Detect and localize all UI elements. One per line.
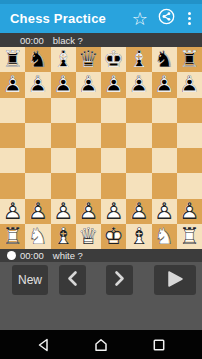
square-h3[interactable] — [177, 173, 202, 198]
white-rook[interactable]: ♜♖ — [0, 224, 25, 249]
white-pawn[interactable]: ♟♙ — [101, 199, 126, 224]
square-d4[interactable] — [76, 148, 101, 173]
square-f7[interactable]: ♟♙ — [126, 72, 151, 97]
piece-glyph-outline: ♙ — [76, 199, 101, 224]
square-g7[interactable]: ♟♙ — [152, 72, 177, 97]
piece-glyph-outline: ♗ — [126, 224, 151, 249]
square-f6[interactable] — [126, 98, 151, 123]
white-pawn[interactable]: ♟♙ — [51, 199, 76, 224]
square-g4[interactable] — [152, 148, 177, 173]
black-pawn[interactable]: ♟♙ — [126, 72, 151, 97]
square-f4[interactable] — [126, 148, 151, 173]
square-b2[interactable]: ♟♙ — [25, 199, 50, 224]
square-d1[interactable]: ♛♕ — [76, 224, 101, 249]
square-e6[interactable] — [101, 98, 126, 123]
favorite-star-icon[interactable]: ☆ — [132, 10, 148, 28]
piece-glyph-outline: ♙ — [0, 72, 25, 97]
piece-glyph-outline: ♙ — [101, 72, 126, 97]
square-h2[interactable]: ♟♙ — [177, 199, 202, 224]
square-e7[interactable]: ♟♙ — [101, 72, 126, 97]
piece-glyph-outline: ♖ — [0, 224, 25, 249]
play-icon — [166, 270, 184, 291]
square-a4[interactable] — [0, 148, 25, 173]
share-icon[interactable] — [158, 8, 175, 29]
square-b3[interactable] — [25, 173, 50, 198]
piece-glyph-outline: ♘ — [25, 47, 50, 72]
square-b7[interactable]: ♟♙ — [25, 72, 50, 97]
piece-glyph-outline: ♔ — [101, 224, 126, 249]
square-c5[interactable] — [51, 123, 76, 148]
black-queen[interactable]: ♛♕ — [76, 47, 101, 72]
piece-glyph-outline: ♙ — [0, 199, 25, 224]
square-g6[interactable] — [152, 98, 177, 123]
square-g2[interactable]: ♟♙ — [152, 199, 177, 224]
square-c6[interactable] — [51, 98, 76, 123]
black-pawn[interactable]: ♟♙ — [152, 72, 177, 97]
square-c3[interactable] — [51, 173, 76, 198]
black-knight[interactable]: ♞♘ — [25, 47, 50, 72]
chess-board[interactable]: ♜♖♞♘♝♗♛♕♚♔♝♗♞♘♜♖♟♙♟♙♟♙♟♙♟♙♟♙♟♙♟♙♟♙♟♙♟♙♟♙… — [0, 47, 202, 249]
nav-back-icon[interactable] — [36, 337, 50, 353]
square-f5[interactable] — [126, 123, 151, 148]
app-bar: Chess Practice ☆ — [0, 4, 202, 33]
square-d3[interactable] — [76, 173, 101, 198]
piece-glyph-outline: ♗ — [51, 224, 76, 249]
white-knight[interactable]: ♞♘ — [152, 224, 177, 249]
piece-glyph-outline: ♙ — [126, 199, 151, 224]
white-queen[interactable]: ♛♕ — [76, 224, 101, 249]
white-pawn[interactable]: ♟♙ — [25, 199, 50, 224]
square-h4[interactable] — [177, 148, 202, 173]
nav-recents-icon[interactable] — [152, 338, 166, 352]
piece-glyph-outline: ♙ — [177, 72, 202, 97]
app-bar-actions: ☆ — [132, 8, 194, 29]
square-a1[interactable]: ♜♖ — [0, 224, 25, 249]
white-king[interactable]: ♚♔ — [101, 224, 126, 249]
square-f3[interactable] — [126, 173, 151, 198]
white-clock: 00:00 — [20, 250, 44, 261]
piece-glyph-outline: ♖ — [177, 224, 202, 249]
square-h6[interactable] — [177, 98, 202, 123]
piece-glyph-outline: ♙ — [101, 199, 126, 224]
piece-glyph-outline: ♙ — [76, 72, 101, 97]
piece-glyph-outline: ♘ — [25, 224, 50, 249]
control-panel: New — [0, 262, 202, 330]
square-h5[interactable] — [177, 123, 202, 148]
black-rook[interactable]: ♜♖ — [177, 47, 202, 72]
square-b8[interactable]: ♞♘ — [25, 47, 50, 72]
square-d8[interactable]: ♛♕ — [76, 47, 101, 72]
square-f2[interactable]: ♟♙ — [126, 199, 151, 224]
square-c4[interactable] — [51, 148, 76, 173]
chevron-left-icon — [66, 270, 79, 290]
overflow-menu-icon[interactable] — [185, 12, 194, 25]
white-player-bar: 00:00 white ? — [0, 249, 202, 262]
black-pawn[interactable]: ♟♙ — [76, 72, 101, 97]
black-pawn[interactable]: ♟♙ — [51, 72, 76, 97]
square-c8[interactable]: ♝♗ — [51, 47, 76, 72]
black-pawn[interactable]: ♟♙ — [0, 72, 25, 97]
square-d2[interactable]: ♟♙ — [76, 199, 101, 224]
white-bishop[interactable]: ♝♗ — [51, 224, 76, 249]
piece-glyph-outline: ♖ — [177, 47, 202, 72]
nav-home-icon[interactable] — [93, 337, 109, 352]
square-g3[interactable] — [152, 173, 177, 198]
square-d7[interactable]: ♟♙ — [76, 72, 101, 97]
white-pawn[interactable]: ♟♙ — [0, 199, 25, 224]
square-g5[interactable] — [152, 123, 177, 148]
new-game-button[interactable]: New — [12, 265, 48, 295]
piece-glyph-outline: ♙ — [152, 199, 177, 224]
piece-glyph-outline: ♗ — [126, 47, 151, 72]
white-pawn[interactable]: ♟♙ — [76, 199, 101, 224]
step-forward-button[interactable] — [106, 265, 133, 295]
square-e5[interactable] — [101, 123, 126, 148]
black-knight[interactable]: ♞♘ — [152, 47, 177, 72]
piece-glyph-outline: ♖ — [0, 47, 25, 72]
black-turn-indicator — [7, 36, 16, 45]
square-g8[interactable]: ♞♘ — [152, 47, 177, 72]
step-back-button[interactable] — [59, 265, 86, 295]
square-d5[interactable] — [76, 123, 101, 148]
square-b5[interactable] — [25, 123, 50, 148]
square-d6[interactable] — [76, 98, 101, 123]
square-a8[interactable]: ♜♖ — [0, 47, 25, 72]
square-a2[interactable]: ♟♙ — [0, 199, 25, 224]
piece-glyph-outline: ♙ — [25, 72, 50, 97]
piece-glyph-outline: ♙ — [51, 72, 76, 97]
white-turn-indicator — [7, 251, 16, 260]
white-knight[interactable]: ♞♘ — [25, 224, 50, 249]
play-button[interactable] — [154, 265, 196, 295]
black-player-bar: 00:00 black ? — [0, 33, 202, 47]
square-a3[interactable] — [0, 173, 25, 198]
square-b6[interactable] — [25, 98, 50, 123]
square-f1[interactable]: ♝♗ — [126, 224, 151, 249]
white-bishop[interactable]: ♝♗ — [126, 224, 151, 249]
piece-glyph-outline: ♘ — [152, 224, 177, 249]
piece-glyph-outline: ♙ — [51, 199, 76, 224]
white-pawn[interactable]: ♟♙ — [126, 199, 151, 224]
android-nav-bar — [0, 330, 202, 359]
black-pawn[interactable]: ♟♙ — [101, 72, 126, 97]
square-c7[interactable]: ♟♙ — [51, 72, 76, 97]
square-h8[interactable]: ♜♖ — [177, 47, 202, 72]
square-e8[interactable]: ♚♔ — [101, 47, 126, 72]
black-player-label: black ? — [53, 35, 83, 46]
piece-glyph-outline: ♕ — [76, 47, 101, 72]
piece-glyph-outline: ♔ — [101, 47, 126, 72]
black-king[interactable]: ♚♔ — [101, 47, 126, 72]
black-bishop[interactable]: ♝♗ — [51, 47, 76, 72]
piece-glyph-outline: ♙ — [25, 199, 50, 224]
square-a5[interactable] — [0, 123, 25, 148]
square-b1[interactable]: ♞♘ — [25, 224, 50, 249]
square-c2[interactable]: ♟♙ — [51, 199, 76, 224]
square-a7[interactable]: ♟♙ — [0, 72, 25, 97]
black-bishop[interactable]: ♝♗ — [126, 47, 151, 72]
black-pawn[interactable]: ♟♙ — [177, 72, 202, 97]
piece-glyph-outline: ♙ — [126, 72, 151, 97]
black-clock: 00:00 — [20, 35, 44, 46]
square-f8[interactable]: ♝♗ — [126, 47, 151, 72]
black-rook[interactable]: ♜♖ — [0, 47, 25, 72]
app-title: Chess Practice — [10, 11, 132, 26]
square-e3[interactable] — [101, 173, 126, 198]
white-player-label: white ? — [53, 250, 83, 261]
square-h1[interactable]: ♜♖ — [177, 224, 202, 249]
square-c1[interactable]: ♝♗ — [51, 224, 76, 249]
white-pawn[interactable]: ♟♙ — [177, 199, 202, 224]
square-e4[interactable] — [101, 148, 126, 173]
app-screen: Chess Practice ☆ 00:00 black ? ♜♖♞♘♝♗♛♕♚… — [0, 0, 202, 359]
piece-glyph-outline: ♙ — [152, 72, 177, 97]
piece-glyph-outline: ♘ — [152, 47, 177, 72]
square-g1[interactable]: ♞♘ — [152, 224, 177, 249]
square-b4[interactable] — [25, 148, 50, 173]
chevron-right-icon — [113, 270, 126, 290]
white-rook[interactable]: ♜♖ — [177, 224, 202, 249]
square-h7[interactable]: ♟♙ — [177, 72, 202, 97]
square-e2[interactable]: ♟♙ — [101, 199, 126, 224]
piece-glyph-outline: ♗ — [51, 47, 76, 72]
square-a6[interactable] — [0, 98, 25, 123]
piece-glyph-outline: ♙ — [177, 199, 202, 224]
white-pawn[interactable]: ♟♙ — [152, 199, 177, 224]
square-e1[interactable]: ♚♔ — [101, 224, 126, 249]
piece-glyph-outline: ♕ — [76, 224, 101, 249]
black-pawn[interactable]: ♟♙ — [25, 72, 50, 97]
